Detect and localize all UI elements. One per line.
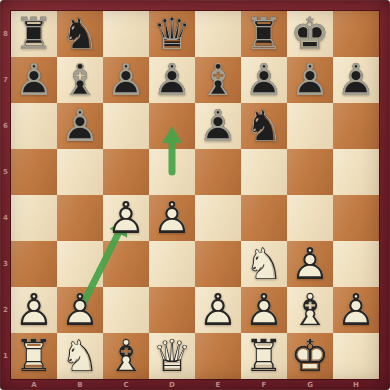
black-pawn-d7[interactable]: ♟♙ [149,57,195,103]
square-b3[interactable] [57,241,103,287]
square-b4[interactable] [57,195,103,241]
piece-outline-glyph: ♙ [195,287,241,333]
square-b5[interactable] [57,149,103,195]
piece-outline-glyph: ♙ [57,287,103,333]
square-e3[interactable] [195,241,241,287]
piece-outline-glyph: ♙ [241,57,287,103]
square-h5[interactable] [333,149,379,195]
black-king-g8[interactable]: ♚♔ [287,11,333,57]
white-pawn-d4[interactable]: ♟♙ [149,195,195,241]
rank-label-8: 8 [3,30,8,38]
piece-outline-glyph: ♙ [333,287,379,333]
square-h8[interactable] [333,11,379,57]
square-d5[interactable] [149,149,195,195]
white-pawn-e2[interactable]: ♟♙ [195,287,241,333]
square-c6[interactable] [103,103,149,149]
piece-outline-glyph: ♙ [287,57,333,103]
piece-outline-glyph: ♖ [241,11,287,57]
white-bishop-g2[interactable]: ♝♗ [287,287,333,333]
rank-label-6: 6 [3,122,8,130]
black-pawn-b6[interactable]: ♟♙ [57,103,103,149]
file-label-h: H [353,381,359,389]
black-pawn-a7[interactable]: ♟♙ [11,57,57,103]
black-pawn-e6[interactable]: ♟♙ [195,103,241,149]
file-label-g: G [307,381,313,389]
piece-outline-glyph: ♖ [241,333,287,379]
black-pawn-f7[interactable]: ♟♙ [241,57,287,103]
square-g4[interactable] [287,195,333,241]
square-d6[interactable] [149,103,195,149]
square-e4[interactable] [195,195,241,241]
white-knight-b1[interactable]: ♞♘ [57,333,103,379]
black-queen-d8[interactable]: ♛♕ [149,11,195,57]
white-rook-a1[interactable]: ♜♖ [11,333,57,379]
piece-outline-glyph: ♙ [287,241,333,287]
piece-outline-glyph: ♘ [57,11,103,57]
piece-outline-glyph: ♙ [333,57,379,103]
white-rook-f1[interactable]: ♜♖ [241,333,287,379]
square-c5[interactable] [103,149,149,195]
piece-outline-glyph: ♗ [57,57,103,103]
file-label-f: F [262,381,267,389]
black-pawn-c7[interactable]: ♟♙ [103,57,149,103]
white-pawn-b2[interactable]: ♟♙ [57,287,103,333]
black-rook-a8[interactable]: ♜♖ [11,11,57,57]
square-a3[interactable] [11,241,57,287]
white-bishop-c1[interactable]: ♝♗ [103,333,149,379]
piece-outline-glyph: ♗ [103,333,149,379]
piece-outline-glyph: ♘ [241,103,287,149]
piece-outline-glyph: ♗ [287,287,333,333]
white-knight-f3[interactable]: ♞♘ [241,241,287,287]
black-bishop-b7[interactable]: ♝♗ [57,57,103,103]
square-a6[interactable] [11,103,57,149]
piece-outline-glyph: ♙ [149,195,195,241]
piece-outline-glyph: ♘ [241,241,287,287]
piece-outline-glyph: ♕ [149,333,195,379]
file-label-b: B [77,381,82,389]
square-a5[interactable] [11,149,57,195]
piece-outline-glyph: ♙ [195,103,241,149]
black-bishop-e7[interactable]: ♝♗ [195,57,241,103]
white-pawn-g3[interactable]: ♟♙ [287,241,333,287]
piece-outline-glyph: ♖ [11,333,57,379]
square-e8[interactable] [195,11,241,57]
white-pawn-a2[interactable]: ♟♙ [11,287,57,333]
black-pawn-g7[interactable]: ♟♙ [287,57,333,103]
black-rook-f8[interactable]: ♜♖ [241,11,287,57]
rank-label-5: 5 [3,168,8,176]
file-label-d: D [169,381,175,389]
piece-outline-glyph: ♖ [11,11,57,57]
square-h4[interactable] [333,195,379,241]
piece-outline-glyph: ♙ [149,57,195,103]
square-h3[interactable] [333,241,379,287]
rank-label-3: 3 [3,260,8,268]
piece-outline-glyph: ♗ [195,57,241,103]
square-h1[interactable] [333,333,379,379]
white-pawn-f2[interactable]: ♟♙ [241,287,287,333]
rank-label-4: 4 [3,214,8,222]
black-knight-b8[interactable]: ♞♘ [57,11,103,57]
piece-outline-glyph: ♙ [103,57,149,103]
square-h6[interactable] [333,103,379,149]
piece-outline-glyph: ♔ [287,333,333,379]
piece-outline-glyph: ♙ [11,57,57,103]
piece-outline-glyph: ♔ [287,11,333,57]
white-pawn-c4[interactable]: ♟♙ [103,195,149,241]
square-c2[interactable] [103,287,149,333]
white-pawn-h2[interactable]: ♟♙ [333,287,379,333]
rank-label-2: 2 [3,306,8,314]
piece-outline-glyph: ♙ [103,195,149,241]
rank-label-7: 7 [3,76,8,84]
square-e1[interactable] [195,333,241,379]
black-knight-f6[interactable]: ♞♘ [241,103,287,149]
piece-outline-glyph: ♙ [241,287,287,333]
file-label-c: C [123,381,128,389]
piece-outline-glyph: ♙ [57,103,103,149]
square-g5[interactable] [287,149,333,195]
white-queen-d1[interactable]: ♛♕ [149,333,195,379]
piece-outline-glyph: ♙ [11,287,57,333]
square-d3[interactable] [149,241,195,287]
board-frame: ♜♖♞♘♛♕♜♖♚♔♟♙♝♗♟♙♟♙♝♗♟♙♟♙♟♙♟♙♟♙♞♘♟♙♟♙♞♘♟♙… [0,0,390,390]
square-e5[interactable] [195,149,241,195]
file-label-e: E [216,381,221,389]
square-f4[interactable] [241,195,287,241]
square-c3[interactable] [103,241,149,287]
square-a4[interactable] [11,195,57,241]
square-f5[interactable] [241,149,287,195]
black-pawn-h7[interactable]: ♟♙ [333,57,379,103]
square-g6[interactable] [287,103,333,149]
square-c8[interactable] [103,11,149,57]
square-d2[interactable] [149,287,195,333]
piece-outline-glyph: ♘ [57,333,103,379]
white-king-g1[interactable]: ♚♔ [287,333,333,379]
rank-label-1: 1 [3,352,8,360]
piece-outline-glyph: ♕ [149,11,195,57]
file-label-a: A [31,381,36,389]
